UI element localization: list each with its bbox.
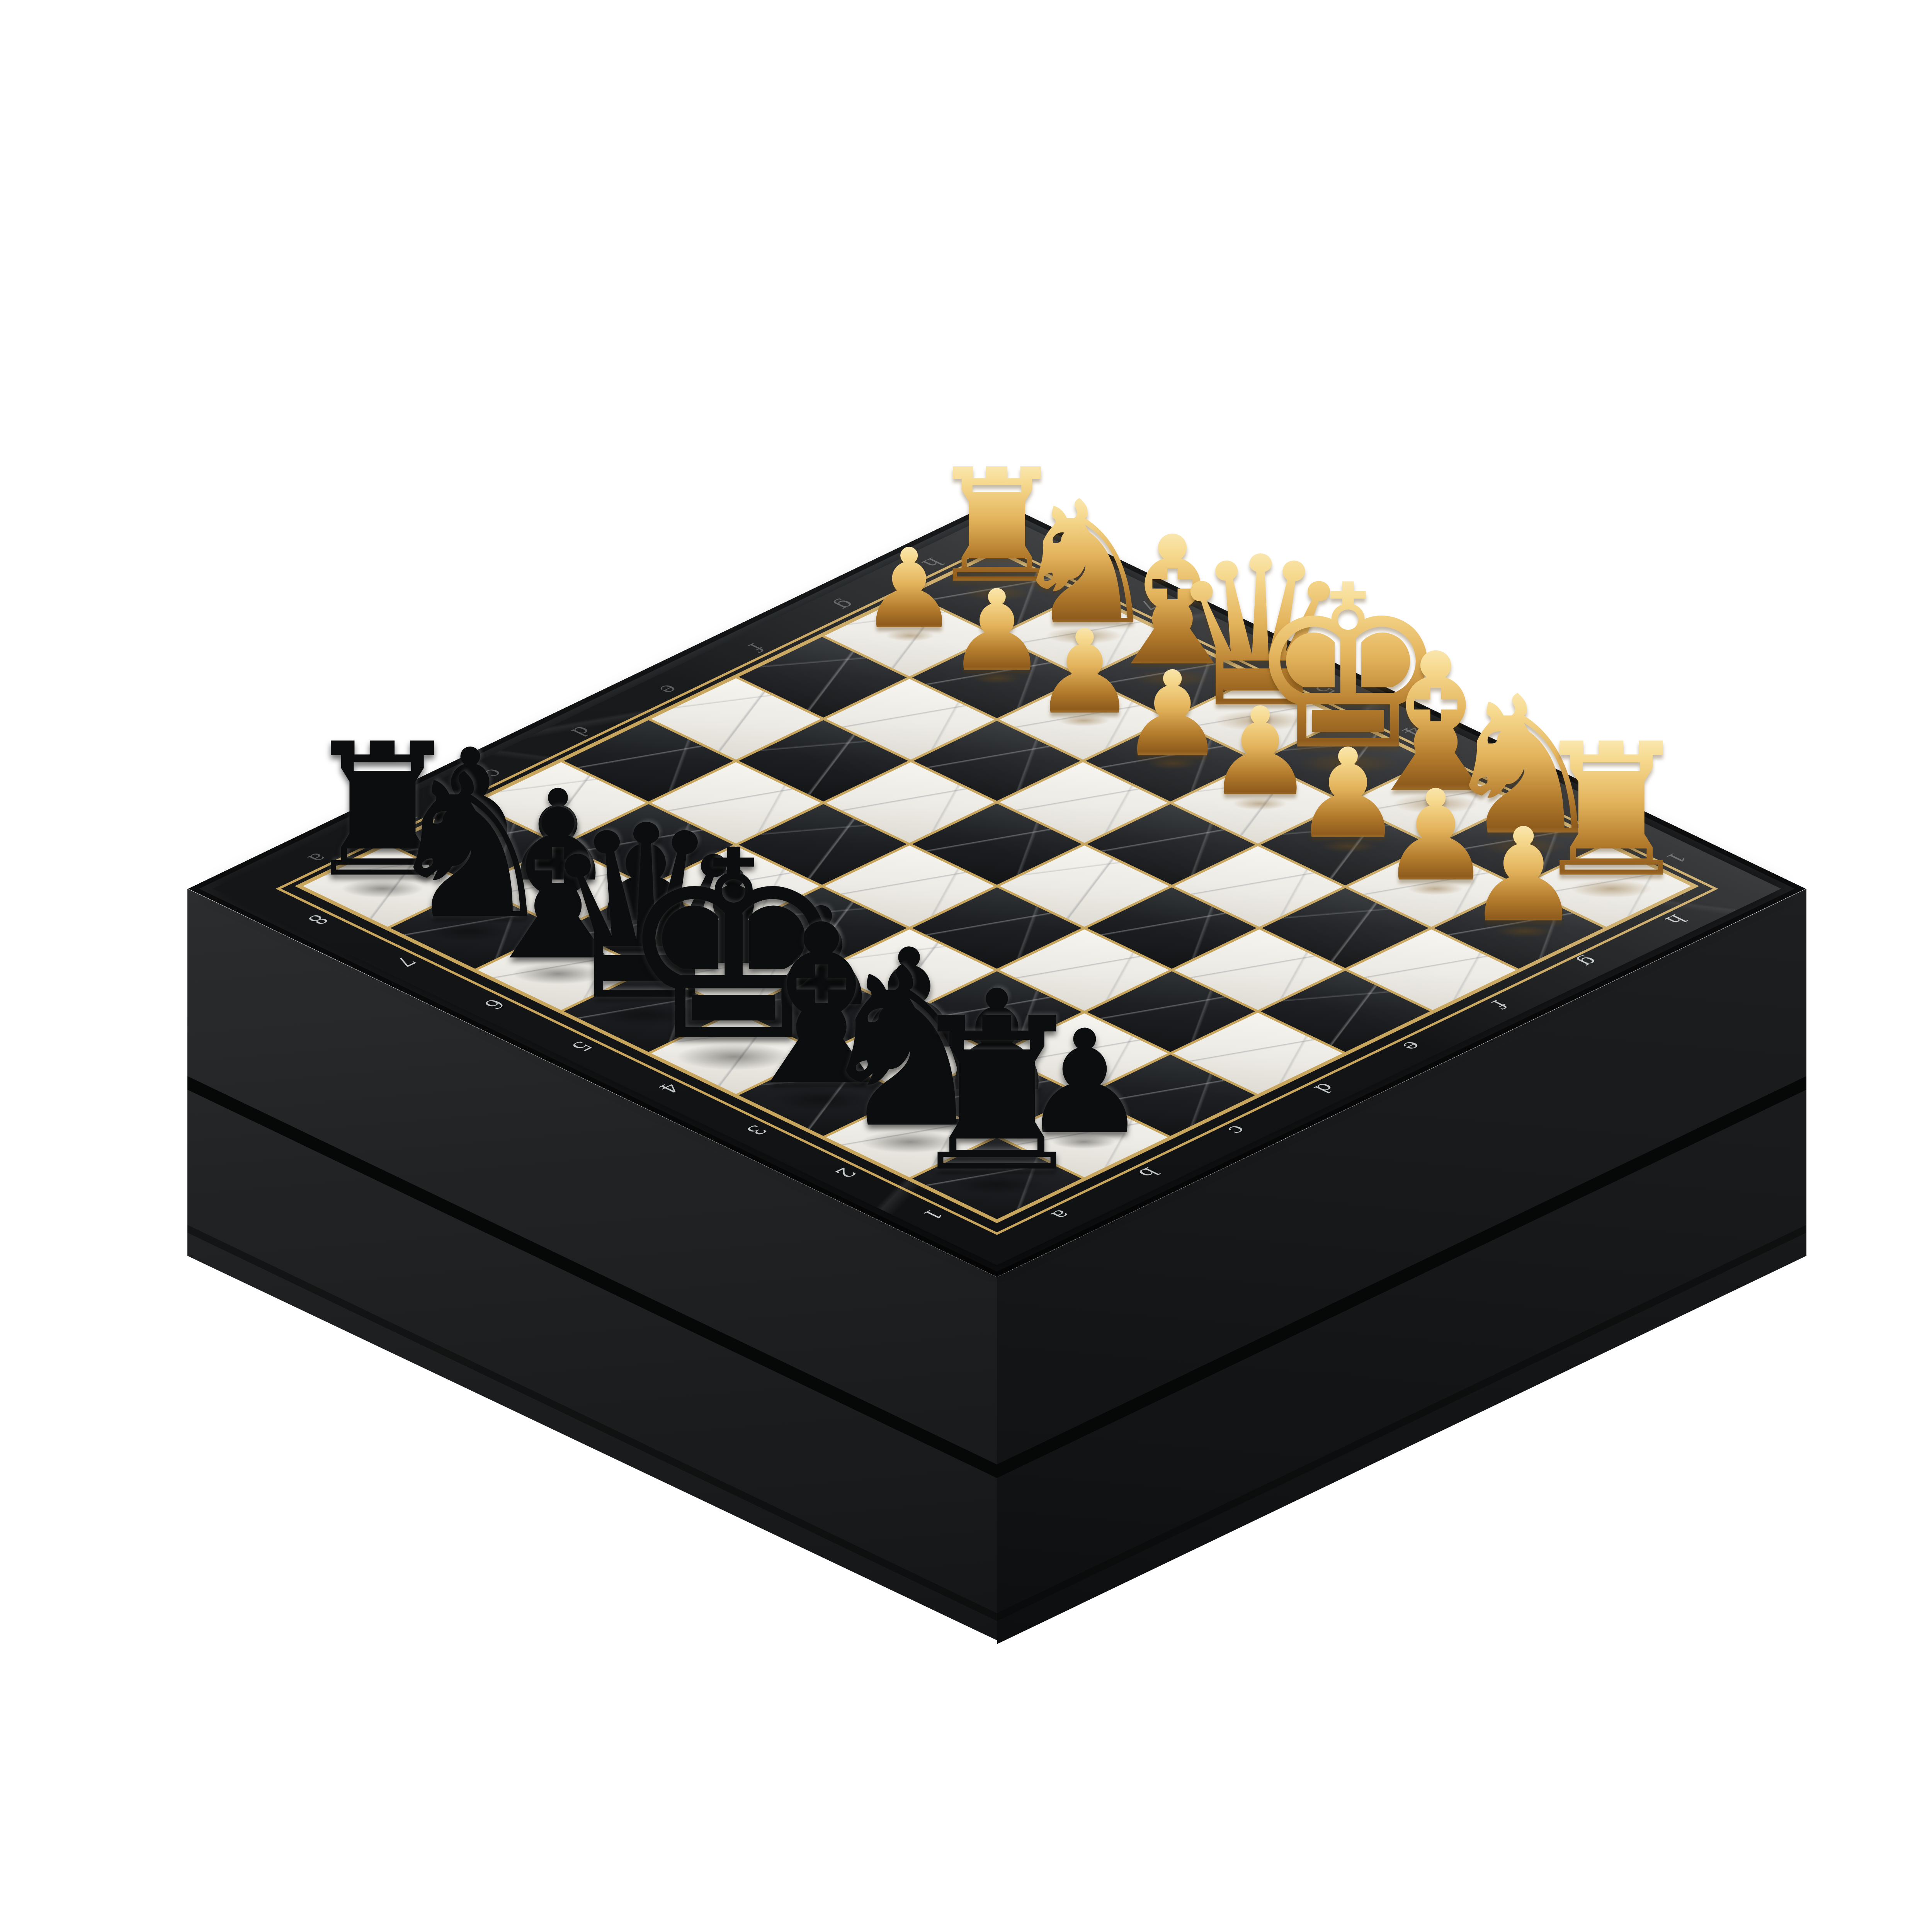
product-photo-stage: 1122334455667788aabbccddeeffgghh ♜♟♟♜♞♟♟…: [0, 0, 1932, 1932]
file-label-f: f: [1486, 997, 1514, 1010]
file-label-e: e: [1397, 1039, 1428, 1054]
piece-gold-pawn: ♟: [860, 535, 959, 645]
file-label-c: c: [1222, 1123, 1252, 1138]
piece-black-rook: ♜: [903, 990, 1092, 1201]
file-label-far-f: f: [743, 641, 770, 654]
piece-gold-pawn: ♟: [1466, 812, 1582, 941]
piece-gold-pawn: ♟: [947, 575, 1047, 687]
